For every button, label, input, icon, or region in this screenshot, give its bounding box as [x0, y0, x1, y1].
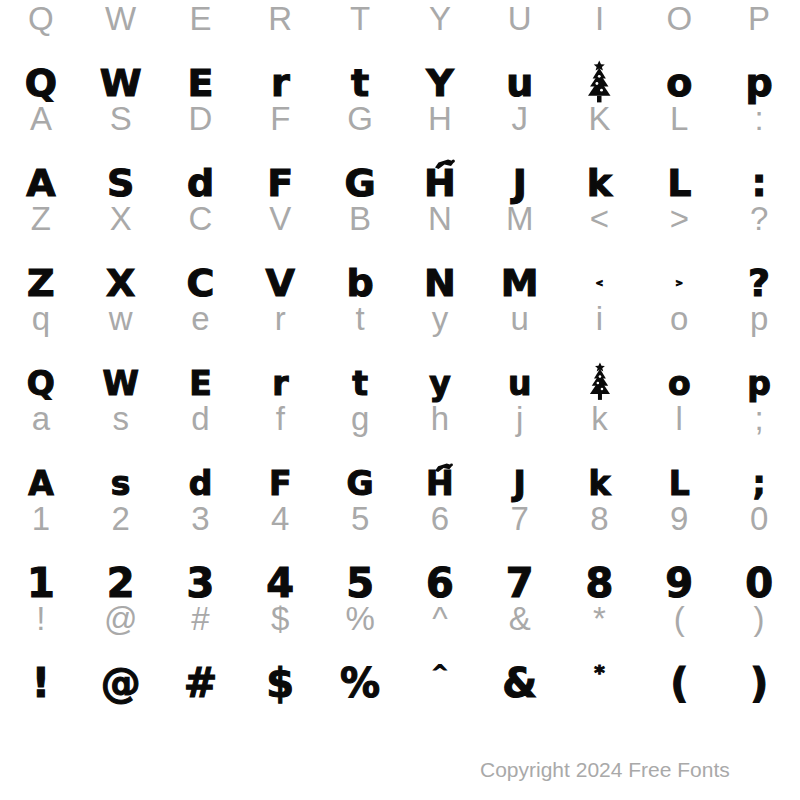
keyboard-label-row: 1234567890 [1, 500, 799, 536]
key-label: 1 [1, 500, 81, 536]
key-label: > [639, 200, 719, 236]
key-label: < [560, 200, 640, 236]
key-label: # [161, 600, 241, 636]
key-label: * [560, 600, 640, 636]
key-label: g [320, 400, 400, 436]
key-label: N [400, 200, 480, 236]
key-label: B [320, 200, 400, 236]
key-label: 4 [240, 500, 320, 536]
copyright-text: Copyright 2024 Free Fonts [480, 758, 780, 782]
key-label: u [480, 300, 560, 336]
key-label: a [1, 400, 81, 436]
font-glyph: ! [1, 658, 81, 708]
font-glyph: & [480, 658, 560, 708]
key-label: P [719, 0, 799, 36]
key-label: I [560, 0, 640, 36]
keyboard-label-row: asdfghjkl; [1, 400, 799, 436]
key-label: S [81, 100, 161, 136]
key-label: ^ [400, 600, 480, 636]
character-map: QWERTYUIOPQWErtYu opASDFGHJKL:ASdFGH JkL… [0, 0, 800, 800]
key-label: 2 [81, 500, 161, 536]
key-label: D [161, 100, 241, 136]
key-label: R [240, 0, 320, 36]
key-label: 0 [719, 500, 799, 536]
key-label: G [320, 100, 400, 136]
key-label: f [240, 400, 320, 436]
key-label: i [560, 300, 640, 336]
key-label: ! [1, 600, 81, 636]
key-label: Q [1, 0, 81, 36]
key-label: ) [719, 600, 799, 636]
key-label: o [639, 300, 719, 336]
key-label: F [240, 100, 320, 136]
key-label: C [161, 200, 241, 236]
key-label: 9 [639, 500, 719, 536]
key-label: O [639, 0, 719, 36]
font-glyph: ( [639, 658, 719, 708]
santa-hat-icon [435, 463, 453, 473]
key-label: h [400, 400, 480, 436]
font-specimen-page: QWERTYUIOPQWErtYu opASDFGHJKL:ASdFGH JkL… [0, 0, 800, 800]
key-label: 6 [400, 500, 480, 536]
key-label: Z [1, 200, 81, 236]
key-label: d [161, 400, 241, 436]
key-label: j [480, 400, 560, 436]
key-label: 7 [480, 500, 560, 536]
font-glyph: % [320, 658, 400, 708]
key-label: H [400, 100, 480, 136]
key-label: w [81, 300, 161, 336]
key-label: A [1, 100, 81, 136]
key-label: k [560, 400, 640, 436]
key-label: X [81, 200, 161, 236]
key-label: L [639, 100, 719, 136]
keyboard-label-row: qwertyuiop [1, 300, 799, 336]
key-label: Y [400, 0, 480, 36]
font-glyph: @ [81, 658, 161, 708]
key-label: J [480, 100, 560, 136]
key-label: s [81, 400, 161, 436]
key-label: p [719, 300, 799, 336]
keyboard-label-row: QWERTYUIOP [1, 0, 799, 36]
font-glyph: $ [240, 658, 320, 708]
key-label: t [320, 300, 400, 336]
key-label: K [560, 100, 640, 136]
key-label: T [320, 0, 400, 36]
font-glyph: ) [719, 658, 799, 708]
key-label: M [480, 200, 560, 236]
key-label: $ [240, 600, 320, 636]
key-label: r [240, 300, 320, 336]
key-label: y [400, 300, 480, 336]
keyboard-label-row: ZXCVBNM<>? [1, 200, 799, 236]
key-label: E [161, 0, 241, 36]
key-label: ; [719, 400, 799, 436]
key-label: ( [639, 600, 719, 636]
key-label: W [81, 0, 161, 36]
key-label: q [1, 300, 81, 336]
key-label: V [240, 200, 320, 236]
font-glyph: * [560, 647, 640, 697]
santa-hat-icon [435, 159, 455, 170]
key-label: 8 [560, 500, 640, 536]
glyph-row: !@#$%^&*() [1, 658, 799, 708]
key-label: % [320, 600, 400, 636]
key-label: & [480, 600, 560, 636]
key-label: ? [719, 200, 799, 236]
key-label: 3 [161, 500, 241, 536]
key-label: e [161, 300, 241, 336]
key-label: U [480, 0, 560, 36]
keyboard-label-row: !@#$%^&*() [1, 600, 799, 636]
key-label: 5 [320, 500, 400, 536]
font-glyph: # [161, 658, 241, 708]
key-label: @ [81, 600, 161, 636]
key-label: : [719, 100, 799, 136]
key-label: l [639, 400, 719, 436]
font-glyph: ^ [400, 647, 480, 697]
keyboard-label-row: ASDFGHJKL: [1, 100, 799, 136]
